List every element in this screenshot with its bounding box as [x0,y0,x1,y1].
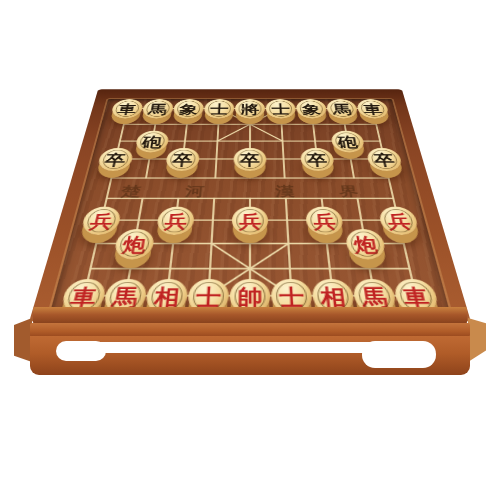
piece-character: 卒 [95,144,135,175]
piece-red-兵: 兵 [232,206,269,234]
piece-character: 兵 [79,202,124,239]
piece-character: 炮 [112,224,156,264]
piece-character: 砲 [330,127,367,156]
piece-character: 象 [295,96,328,122]
piece-character: 象 [172,96,205,122]
piece-black-象: 象 [296,99,328,118]
piece-black-將: 將 [235,99,265,118]
piece-black-車: 車 [356,99,390,118]
stand-side-right [468,318,486,362]
board-front-edge [33,307,467,324]
piece-character: 卒 [164,144,200,175]
piece-black-卒: 卒 [300,148,335,171]
piece-character: 士 [265,96,296,122]
piece-red-炮: 炮 [344,229,387,259]
stand-handle-cutout-strip [92,342,388,353]
piece-red-炮: 炮 [113,229,156,259]
piece-layer: 車馬象士將士象馬車砲砲卒卒卒卒卒兵兵兵兵兵炮炮車馬相士帥士相馬車 [60,101,441,310]
stand-top-rail [30,323,470,337]
board-surface: 楚河 漢界 車馬象士將士象馬車砲砲卒卒卒卒卒兵兵兵兵兵炮炮車馬相士帥士相馬車 [50,99,450,313]
piece-black-卒: 卒 [233,148,266,171]
piece-black-砲: 砲 [134,130,169,152]
piece-black-車: 車 [110,99,144,118]
piece-black-象: 象 [172,99,204,118]
piece-black-卒: 卒 [96,148,134,171]
piece-character: 卒 [300,144,336,175]
piece-red-兵: 兵 [156,206,195,234]
piece-black-馬: 馬 [141,99,174,118]
piece-character: 士 [203,96,234,122]
piece-character: 馬 [325,96,359,122]
xiangqi-board: 楚河 漢界 車馬象士將士象馬車砲砲卒卒卒卒卒兵兵兵兵兵炮炮車馬相士帥士相馬車 [29,89,471,322]
piece-character: 馬 [141,96,175,122]
piece-character: 將 [235,96,265,122]
piece-red-兵: 兵 [80,206,123,234]
piece-character: 卒 [233,144,266,175]
piece-black-卒: 卒 [165,148,200,171]
piece-character: 兵 [305,202,345,239]
piece-red-兵: 兵 [305,206,344,234]
stand-handle-cutout-right [362,341,436,368]
piece-character: 兵 [155,202,195,239]
piece-character: 兵 [231,202,268,239]
piece-black-砲: 砲 [330,130,365,152]
product-photo-scene: 楚河 漢界 車馬象士將士象馬車砲砲卒卒卒卒卒兵兵兵兵兵炮炮車馬相士帥士相馬車 [0,0,500,500]
piece-black-馬: 馬 [326,99,359,118]
piece-black-士: 士 [265,99,296,118]
piece-black-士: 士 [204,99,235,118]
piece-character: 砲 [134,127,171,156]
piece-red-兵: 兵 [378,206,421,234]
piece-black-卒: 卒 [366,148,404,171]
piece-character: 車 [109,96,145,122]
